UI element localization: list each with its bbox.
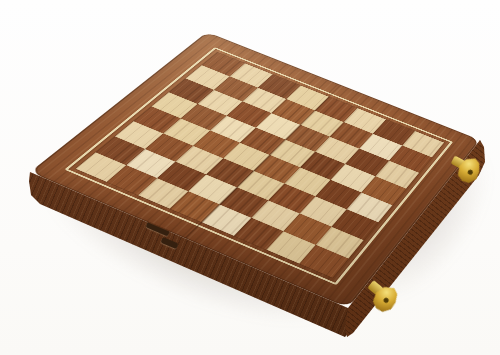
product-photo (0, 0, 500, 355)
